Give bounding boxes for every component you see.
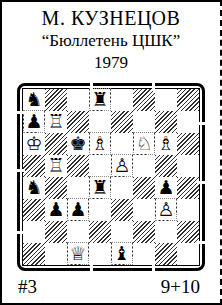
square-b3: ♟ (45, 199, 67, 221)
square-h1 (177, 243, 199, 265)
material-count: 9+10 (161, 276, 200, 298)
piece-white-B-g6: ♗ (156, 133, 176, 154)
square-f2 (133, 221, 155, 243)
square-b6 (45, 133, 67, 155)
square-f8 (133, 89, 155, 111)
square-a3 (23, 199, 45, 221)
square-h7 (177, 111, 199, 133)
square-b2 (45, 221, 67, 243)
square-h3 (177, 199, 199, 221)
frame-notch (197, 241, 205, 244)
piece-black-P-g4: ♟ (156, 177, 176, 198)
square-a2 (23, 221, 45, 243)
square-f1 (133, 243, 155, 265)
square-c7 (67, 111, 89, 133)
square-b1 (45, 243, 67, 265)
source-year: 1979 (2, 52, 220, 74)
square-e6 (111, 133, 133, 155)
square-g5 (155, 155, 177, 177)
square-d1 (89, 243, 111, 265)
square-e2 (111, 221, 133, 243)
frame-notch (152, 83, 155, 91)
square-d7 (89, 111, 111, 133)
square-g4: ♟ (155, 177, 177, 199)
square-g3: ♙ (155, 199, 177, 221)
square-f3 (133, 199, 155, 221)
square-d2 (89, 221, 111, 243)
square-h5 (177, 155, 199, 177)
frame-notch (90, 263, 93, 271)
piece-white-Q-c1: ♕ (68, 243, 88, 264)
square-d8: ♜ (89, 89, 111, 111)
piece-black-R-d4: ♜ (90, 177, 110, 198)
square-h8 (177, 89, 199, 111)
square-b4 (45, 177, 67, 199)
source-name: “Бюллетень ЦШК” (2, 30, 220, 52)
square-d3 (89, 199, 111, 221)
square-c1: ♕ (67, 243, 89, 265)
square-d6: ♗ (89, 133, 111, 155)
square-g6: ♗ (155, 133, 177, 155)
square-e3 (111, 199, 133, 221)
square-e7 (111, 111, 133, 133)
piece-white-N-f6: ♘ (134, 133, 154, 154)
chessboard: ♞♜♟♖♔♚♗♘♗♖♙♞♜♟♟♟♙♕♝ (22, 88, 200, 266)
frame-notch (152, 263, 155, 271)
board-wrap: ♞♜♟♖♔♚♗♘♗♖♙♞♜♟♟♟♙♕♝ (17, 83, 205, 271)
diagram-page: М. КУЗНЕЦОВ “Бюллетень ЦШК” 1979 ♞♜♟♖♔♚♗… (0, 0, 222, 305)
square-d4: ♜ (89, 177, 111, 199)
square-b5: ♖ (45, 155, 67, 177)
piece-black-N-a8: ♞ (24, 89, 44, 110)
square-e5: ♙ (111, 155, 133, 177)
frame-notch (17, 231, 25, 234)
square-a1 (23, 243, 45, 265)
square-h2 (177, 221, 199, 243)
piece-white-R-b5: ♖ (46, 155, 66, 176)
board-frame: ♞♜♟♖♔♚♗♘♗♖♙♞♜♟♟♟♙♕♝ (17, 83, 205, 271)
frame-notch (197, 122, 205, 125)
square-d5 (89, 155, 111, 177)
piece-black-B-e1: ♝ (112, 243, 132, 264)
square-e1: ♝ (111, 243, 133, 265)
square-b7: ♖ (45, 111, 67, 133)
square-f7 (133, 111, 155, 133)
piece-white-B-d6: ♗ (90, 133, 110, 154)
piece-black-K-c6: ♚ (68, 133, 88, 154)
frame-notch (17, 169, 25, 172)
square-f5 (133, 155, 155, 177)
square-c4 (67, 177, 89, 199)
diagram-header: М. КУЗНЕЦОВ “Бюллетень ЦШК” 1979 (2, 2, 220, 74)
square-c5 (67, 155, 89, 177)
piece-black-P-b3: ♟ (46, 199, 66, 220)
frame-notch (90, 83, 93, 91)
square-h4 (177, 177, 199, 199)
square-g1 (155, 243, 177, 265)
square-b8 (45, 89, 67, 111)
square-a6: ♔ (23, 133, 45, 155)
square-e4 (111, 177, 133, 199)
square-f6: ♘ (133, 133, 155, 155)
piece-black-R-d8: ♜ (90, 89, 110, 110)
square-a5 (23, 155, 45, 177)
piece-black-N-a4: ♞ (24, 177, 44, 198)
piece-white-P-g3: ♙ (156, 199, 176, 220)
frame-notch (17, 111, 25, 114)
square-a7: ♟ (23, 111, 45, 133)
square-c3: ♟ (67, 199, 89, 221)
frame-notch (197, 181, 205, 184)
square-a4: ♞ (23, 177, 45, 199)
stipulation: #3 (18, 276, 37, 298)
piece-white-K-a6: ♔ (24, 133, 44, 154)
square-a8: ♞ (23, 89, 45, 111)
piece-black-P-a7: ♟ (24, 111, 44, 132)
piece-white-R-b7: ♖ (46, 111, 66, 132)
square-h6 (177, 133, 199, 155)
square-e8 (111, 89, 133, 111)
square-c6: ♚ (67, 133, 89, 155)
square-g2 (155, 221, 177, 243)
piece-black-P-c3: ♟ (68, 199, 88, 220)
square-f4 (133, 177, 155, 199)
square-c2 (67, 221, 89, 243)
composer-name: М. КУЗНЕЦОВ (2, 6, 220, 30)
diagram-caption: #3 9+10 (2, 276, 220, 298)
square-c8 (67, 89, 89, 111)
piece-white-P-e5: ♙ (112, 155, 132, 176)
square-g7 (155, 111, 177, 133)
square-g8 (155, 89, 177, 111)
